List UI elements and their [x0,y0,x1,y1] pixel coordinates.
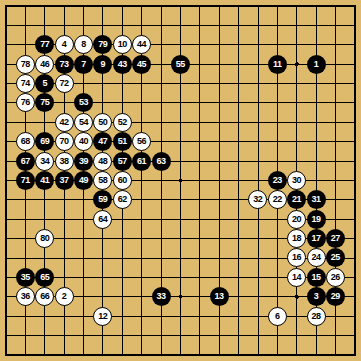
stone-white-24: 24 [307,248,326,267]
stone-black-39: 39 [74,152,93,171]
stone-black-21: 21 [287,190,306,209]
stone-black-59: 59 [93,190,112,209]
stone-white-20: 20 [287,210,306,229]
stone-white-14: 14 [287,268,306,287]
stone-black-7: 7 [74,55,93,74]
stone-white-8: 8 [74,35,93,54]
stone-black-3: 3 [307,287,326,306]
stone-white-10: 10 [113,35,132,54]
stone-black-25: 25 [326,248,345,267]
stone-black-43: 43 [113,55,132,74]
stone-white-12: 12 [93,307,112,326]
stone-white-72: 72 [55,74,74,93]
stone-white-38: 38 [55,152,74,171]
stone-white-6: 6 [268,307,287,326]
stone-black-79: 79 [93,35,112,54]
stone-white-76: 76 [16,93,35,112]
stone-black-65: 65 [35,268,54,287]
stone-black-9: 9 [93,55,112,74]
stone-white-36: 36 [16,287,35,306]
stone-black-5: 5 [35,74,54,93]
stone-black-61: 61 [132,152,151,171]
stone-black-29: 29 [326,287,345,306]
stone-black-27: 27 [326,229,345,248]
stone-black-73: 73 [55,55,74,74]
stone-white-4: 4 [55,35,74,54]
stone-black-15: 15 [307,268,326,287]
stone-white-2: 2 [55,287,74,306]
stone-white-48: 48 [93,152,112,171]
stone-black-19: 19 [307,210,326,229]
stone-black-55: 55 [171,55,190,74]
stone-white-74: 74 [16,74,35,93]
stone-white-62: 62 [113,190,132,209]
stone-white-42: 42 [55,113,74,132]
stone-black-77: 77 [35,35,54,54]
stone-black-33: 33 [152,287,171,306]
stone-white-30: 30 [287,171,306,190]
stone-white-28: 28 [307,307,326,326]
stone-black-49: 49 [74,171,93,190]
stone-black-1: 1 [307,55,326,74]
stone-white-22: 22 [268,190,287,209]
stone-white-32: 32 [248,190,267,209]
stone-black-47: 47 [93,132,112,151]
stone-black-11: 11 [268,55,287,74]
stone-black-41: 41 [35,171,54,190]
stone-black-63: 63 [152,152,171,171]
stone-white-58: 58 [93,171,112,190]
go-board[interactable]: 1234567891011121314151617181920212223242… [0,0,361,361]
stone-white-70: 70 [55,132,74,151]
stone-white-52: 52 [113,113,132,132]
stone-white-18: 18 [287,229,306,248]
stone-white-50: 50 [93,113,112,132]
stone-black-51: 51 [113,132,132,151]
stone-white-34: 34 [35,152,54,171]
stone-white-66: 66 [35,287,54,306]
stone-black-45: 45 [132,55,151,74]
stones-layer: 1234567891011121314151617181920212223242… [0,0,361,361]
stone-black-13: 13 [210,287,229,306]
stone-white-80: 80 [35,229,54,248]
stone-white-40: 40 [74,132,93,151]
stone-black-69: 69 [35,132,54,151]
stone-white-54: 54 [74,113,93,132]
stone-black-35: 35 [16,268,35,287]
stone-black-71: 71 [16,171,35,190]
stone-black-23: 23 [268,171,287,190]
stone-white-46: 46 [35,55,54,74]
stone-white-56: 56 [132,132,151,151]
stone-white-60: 60 [113,171,132,190]
stone-black-75: 75 [35,93,54,112]
stone-black-67: 67 [16,152,35,171]
stone-black-53: 53 [74,93,93,112]
stone-white-78: 78 [16,55,35,74]
stone-white-64: 64 [93,210,112,229]
stone-black-31: 31 [307,190,326,209]
stone-white-16: 16 [287,248,306,267]
stone-white-26: 26 [326,268,345,287]
stone-black-17: 17 [307,229,326,248]
stone-white-44: 44 [132,35,151,54]
stone-black-37: 37 [55,171,74,190]
stone-white-68: 68 [16,132,35,151]
stone-black-57: 57 [113,152,132,171]
